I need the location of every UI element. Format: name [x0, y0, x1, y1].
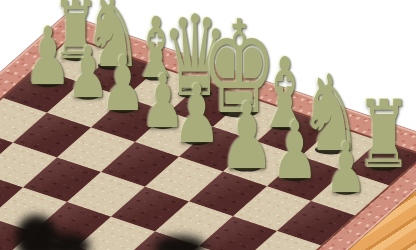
pawn-e2[interactable]: ♟ [173, 74, 221, 155]
pawn-c2[interactable]: ♟ [101, 46, 146, 122]
pawn-a2[interactable]: ♟ [24, 17, 71, 97]
pawn-g2[interactable]: ♟ [271, 111, 318, 191]
pawn-h2[interactable]: ♟ [325, 133, 366, 203]
pawn-f2[interactable]: ♟ [220, 91, 274, 183]
chess-set-photo: ♜♞♝♟♛♟♟♚♝♟♟♞♜♟♟♟ [0, 0, 416, 250]
